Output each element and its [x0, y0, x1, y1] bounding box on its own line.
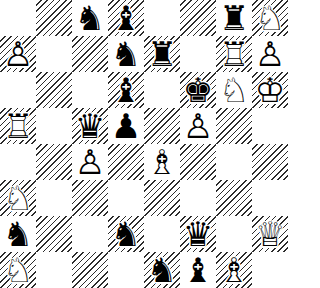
- square-e7[interactable]: ♜: [144, 36, 180, 72]
- square-d4[interactable]: [108, 144, 144, 180]
- square-g1[interactable]: ♝♗: [216, 252, 252, 288]
- black-knight[interactable]: ♞: [108, 216, 144, 252]
- white-pawn-glyph: ♙: [0, 36, 36, 72]
- white-king[interactable]: ♚♔: [252, 72, 288, 108]
- white-king-glyph: ♔: [252, 72, 288, 108]
- square-a4[interactable]: [0, 144, 36, 180]
- white-bishop-glyph: ♗: [144, 144, 180, 180]
- square-a3[interactable]: ♞♘: [0, 180, 36, 216]
- square-d6[interactable]: ♝: [108, 72, 144, 108]
- square-b4[interactable]: [36, 144, 72, 180]
- white-knight[interactable]: ♞♘: [0, 180, 36, 216]
- square-d7[interactable]: ♞: [108, 36, 144, 72]
- black-knight-glyph: ♞: [72, 0, 108, 36]
- square-f7[interactable]: [180, 36, 216, 72]
- white-rook[interactable]: ♜♖: [216, 36, 252, 72]
- square-g4[interactable]: [216, 144, 252, 180]
- square-b8[interactable]: [36, 0, 72, 36]
- square-f3[interactable]: [180, 180, 216, 216]
- square-c2[interactable]: [72, 216, 108, 252]
- square-c5[interactable]: ♛: [72, 108, 108, 144]
- square-d1[interactable]: [108, 252, 144, 288]
- square-b7[interactable]: [36, 36, 72, 72]
- white-knight-glyph: ♘: [252, 0, 288, 36]
- square-a8[interactable]: [0, 0, 36, 36]
- black-knight[interactable]: ♞: [108, 36, 144, 72]
- square-a6[interactable]: [0, 72, 36, 108]
- square-e8[interactable]: [144, 0, 180, 36]
- white-knight-glyph: ♘: [0, 252, 36, 288]
- black-queen[interactable]: ♛: [72, 108, 108, 144]
- square-g7[interactable]: ♜♖: [216, 36, 252, 72]
- white-queen-glyph: ♕: [252, 216, 288, 252]
- white-bishop[interactable]: ♝♗: [216, 252, 252, 288]
- black-bishop-glyph: ♝: [108, 0, 144, 36]
- square-c6[interactable]: [72, 72, 108, 108]
- square-g6[interactable]: ♞♘: [216, 72, 252, 108]
- white-rook-glyph: ♖: [216, 36, 252, 72]
- square-d5[interactable]: ♟: [108, 108, 144, 144]
- black-queen[interactable]: ♛: [180, 216, 216, 252]
- black-rook-glyph: ♜: [144, 36, 180, 72]
- square-b5[interactable]: [36, 108, 72, 144]
- white-queen[interactable]: ♛♕: [252, 216, 288, 252]
- square-h4[interactable]: [252, 144, 288, 180]
- square-a7[interactable]: ♟♙: [0, 36, 36, 72]
- square-g2[interactable]: [216, 216, 252, 252]
- square-e6[interactable]: [144, 72, 180, 108]
- square-e3[interactable]: [144, 180, 180, 216]
- black-king-glyph: ♚: [180, 72, 216, 108]
- black-knight-glyph: ♞: [0, 216, 36, 252]
- black-knight-glyph: ♞: [108, 216, 144, 252]
- square-a5[interactable]: ♜♖: [0, 108, 36, 144]
- white-knight[interactable]: ♞♘: [0, 252, 36, 288]
- black-bishop-glyph: ♝: [108, 72, 144, 108]
- black-bishop[interactable]: ♝: [108, 72, 144, 108]
- black-bishop-glyph: ♝: [180, 252, 216, 288]
- square-g3[interactable]: [216, 180, 252, 216]
- square-b3[interactable]: [36, 180, 72, 216]
- black-rook[interactable]: ♜: [144, 36, 180, 72]
- black-knight-glyph: ♞: [144, 252, 180, 288]
- white-pawn[interactable]: ♟♙: [252, 36, 288, 72]
- square-h6[interactable]: ♚♔: [252, 72, 288, 108]
- black-pawn[interactable]: ♟: [108, 108, 144, 144]
- white-rook-glyph: ♖: [0, 108, 36, 144]
- black-bishop[interactable]: ♝: [180, 252, 216, 288]
- square-c8[interactable]: ♞: [72, 0, 108, 36]
- black-rook-glyph: ♜: [216, 0, 252, 36]
- square-c4[interactable]: ♟♙: [72, 144, 108, 180]
- black-bishop[interactable]: ♝: [108, 0, 144, 36]
- white-pawn-glyph: ♙: [72, 144, 108, 180]
- square-e4[interactable]: ♝♗: [144, 144, 180, 180]
- square-f8[interactable]: [180, 0, 216, 36]
- black-knight[interactable]: ♞: [0, 216, 36, 252]
- white-knight-glyph: ♘: [0, 180, 36, 216]
- white-bishop[interactable]: ♝♗: [144, 144, 180, 180]
- square-h5[interactable]: [252, 108, 288, 144]
- square-f2[interactable]: ♛: [180, 216, 216, 252]
- black-knight[interactable]: ♞: [144, 252, 180, 288]
- square-a2[interactable]: ♞: [0, 216, 36, 252]
- black-knight[interactable]: ♞: [72, 0, 108, 36]
- black-king[interactable]: ♚: [180, 72, 216, 108]
- white-bishop-glyph: ♗: [216, 252, 252, 288]
- square-d2[interactable]: ♞: [108, 216, 144, 252]
- square-c3[interactable]: [72, 180, 108, 216]
- white-pawn[interactable]: ♟♙: [72, 144, 108, 180]
- white-pawn[interactable]: ♟♙: [0, 36, 36, 72]
- white-knight-glyph: ♘: [216, 72, 252, 108]
- square-h2[interactable]: ♛♕: [252, 216, 288, 252]
- black-queen-glyph: ♛: [180, 216, 216, 252]
- square-c7[interactable]: [72, 36, 108, 72]
- square-e1[interactable]: ♞: [144, 252, 180, 288]
- square-h3[interactable]: [252, 180, 288, 216]
- square-g5[interactable]: [216, 108, 252, 144]
- square-g8[interactable]: ♜: [216, 0, 252, 36]
- square-e2[interactable]: [144, 216, 180, 252]
- white-pawn-glyph: ♙: [252, 36, 288, 72]
- page: { "game": "chess", "position": { "fen": …: [0, 0, 320, 288]
- black-queen-glyph: ♛: [72, 108, 108, 144]
- square-f5[interactable]: ♟♙: [180, 108, 216, 144]
- square-c1[interactable]: [72, 252, 108, 288]
- square-f1[interactable]: ♝: [180, 252, 216, 288]
- square-h1[interactable]: [252, 252, 288, 288]
- square-f4[interactable]: [180, 144, 216, 180]
- square-b2[interactable]: [36, 216, 72, 252]
- white-rook[interactable]: ♜♖: [0, 108, 36, 144]
- white-knight[interactable]: ♞♘: [216, 72, 252, 108]
- chess-board: ♞♝♜♞♘♟♙♞♜♜♖♟♙♝♚♞♘♚♔♜♖♛♟♟♙♟♙♝♗♞♘♞♞♛♛♕♞♘♞♝…: [0, 0, 288, 288]
- black-knight-glyph: ♞: [108, 36, 144, 72]
- white-pawn-glyph: ♙: [180, 108, 216, 144]
- square-e5[interactable]: [144, 108, 180, 144]
- white-pawn[interactable]: ♟♙: [180, 108, 216, 144]
- white-knight[interactable]: ♞♘: [252, 0, 288, 36]
- black-rook[interactable]: ♜: [216, 0, 252, 36]
- square-h8[interactable]: ♞♘: [252, 0, 288, 36]
- square-b6[interactable]: [36, 72, 72, 108]
- square-d8[interactable]: ♝: [108, 0, 144, 36]
- square-b1[interactable]: [36, 252, 72, 288]
- square-d3[interactable]: [108, 180, 144, 216]
- square-f6[interactable]: ♚: [180, 72, 216, 108]
- square-a1[interactable]: ♞♘: [0, 252, 36, 288]
- black-pawn-glyph: ♟: [108, 108, 144, 144]
- square-h7[interactable]: ♟♙: [252, 36, 288, 72]
